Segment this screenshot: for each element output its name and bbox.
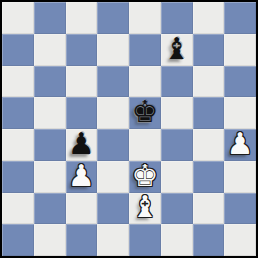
square-b7[interactable]: [34, 34, 66, 66]
white-pawn[interactable]: ♟: [227, 129, 254, 159]
square-e2[interactable]: ♝: [129, 193, 161, 225]
square-g2[interactable]: [193, 193, 225, 225]
square-g1[interactable]: [193, 224, 225, 256]
square-f3[interactable]: [161, 161, 193, 193]
square-c5[interactable]: [66, 97, 98, 129]
square-b1[interactable]: [34, 224, 66, 256]
square-h2[interactable]: [224, 193, 256, 225]
square-e5[interactable]: ♚: [129, 97, 161, 129]
square-a4[interactable]: [2, 129, 34, 161]
square-h4[interactable]: ♟: [224, 129, 256, 161]
square-d6[interactable]: [97, 66, 129, 98]
square-f4[interactable]: [161, 129, 193, 161]
square-f1[interactable]: [161, 224, 193, 256]
square-e1[interactable]: [129, 224, 161, 256]
square-h1[interactable]: [224, 224, 256, 256]
square-d7[interactable]: [97, 34, 129, 66]
square-b5[interactable]: [34, 97, 66, 129]
square-b4[interactable]: [34, 129, 66, 161]
square-c3[interactable]: ♟: [66, 161, 98, 193]
square-f8[interactable]: [161, 2, 193, 34]
square-d8[interactable]: [97, 2, 129, 34]
square-g5[interactable]: [193, 97, 225, 129]
square-g8[interactable]: [193, 2, 225, 34]
square-h3[interactable]: [224, 161, 256, 193]
square-c1[interactable]: [66, 224, 98, 256]
square-h8[interactable]: [224, 2, 256, 34]
square-h5[interactable]: [224, 97, 256, 129]
square-a6[interactable]: [2, 66, 34, 98]
square-d1[interactable]: [97, 224, 129, 256]
square-a7[interactable]: [2, 34, 34, 66]
square-c7[interactable]: [66, 34, 98, 66]
square-g7[interactable]: [193, 34, 225, 66]
square-c8[interactable]: [66, 2, 98, 34]
chess-board: ♝♚♟♟♟♚♝: [0, 0, 258, 258]
white-pawn[interactable]: ♟: [68, 161, 95, 191]
square-e8[interactable]: [129, 2, 161, 34]
black-pawn[interactable]: ♟: [68, 129, 95, 159]
square-a3[interactable]: [2, 161, 34, 193]
square-c4[interactable]: ♟: [66, 129, 98, 161]
square-d2[interactable]: [97, 193, 129, 225]
square-g4[interactable]: [193, 129, 225, 161]
square-g3[interactable]: [193, 161, 225, 193]
square-f6[interactable]: [161, 66, 193, 98]
white-king[interactable]: ♚: [131, 161, 158, 191]
square-f7[interactable]: ♝: [161, 34, 193, 66]
square-e6[interactable]: [129, 66, 161, 98]
square-h7[interactable]: [224, 34, 256, 66]
square-f5[interactable]: [161, 97, 193, 129]
square-e3[interactable]: ♚: [129, 161, 161, 193]
square-c2[interactable]: [66, 193, 98, 225]
square-b3[interactable]: [34, 161, 66, 193]
square-e4[interactable]: [129, 129, 161, 161]
square-a5[interactable]: [2, 97, 34, 129]
square-d3[interactable]: [97, 161, 129, 193]
square-b2[interactable]: [34, 193, 66, 225]
square-b8[interactable]: [34, 2, 66, 34]
square-a1[interactable]: [2, 224, 34, 256]
square-g6[interactable]: [193, 66, 225, 98]
square-d4[interactable]: [97, 129, 129, 161]
black-bishop[interactable]: ♝: [163, 34, 190, 64]
white-bishop[interactable]: ♝: [131, 193, 158, 223]
square-a2[interactable]: [2, 193, 34, 225]
black-king[interactable]: ♚: [131, 97, 158, 127]
square-b6[interactable]: [34, 66, 66, 98]
square-e7[interactable]: [129, 34, 161, 66]
square-d5[interactable]: [97, 97, 129, 129]
square-h6[interactable]: [224, 66, 256, 98]
square-f2[interactable]: [161, 193, 193, 225]
square-a8[interactable]: [2, 2, 34, 34]
square-c6[interactable]: [66, 66, 98, 98]
